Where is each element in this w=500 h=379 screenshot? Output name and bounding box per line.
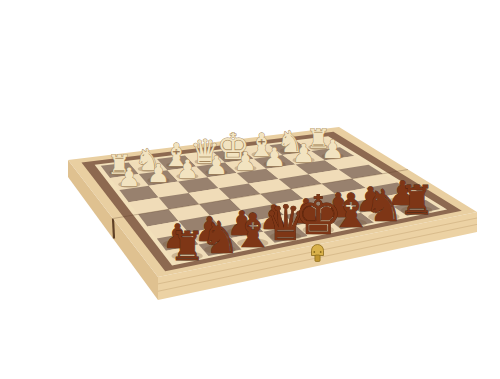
piece-white-pawn[interactable]: ♟ <box>118 162 141 192</box>
chess-set-photo: ♜♞♝♛♚♝♞♜♟♟♟♟♟♟♟♟♟♟♟♟♟♟♟♟♜♞♝♛♚♝♞♜ <box>0 0 500 379</box>
piece-white-pawn[interactable]: ♟ <box>147 158 170 188</box>
piece-white-pawn[interactable]: ♟ <box>234 146 257 176</box>
hinge-gap-icon <box>113 219 114 239</box>
piece-white-pawn[interactable]: ♟ <box>176 154 199 184</box>
latch-screw-icon <box>313 251 315 253</box>
piece-white-pawn[interactable]: ♟ <box>263 142 286 172</box>
piece-white-pawn[interactable]: ♟ <box>292 138 315 168</box>
piece-white-pawn[interactable]: ♟ <box>321 134 344 164</box>
chess-board: ♜♞♝♛♚♝♞♜♟♟♟♟♟♟♟♟♟♟♟♟♟♟♟♟♜♞♝♛♚♝♞♜ <box>0 0 500 379</box>
latch-hasp-icon <box>315 255 320 262</box>
latch-screw-icon <box>320 251 322 253</box>
piece-white-pawn[interactable]: ♟ <box>205 150 228 180</box>
piece-black-rook[interactable]: ♜ <box>399 177 435 223</box>
